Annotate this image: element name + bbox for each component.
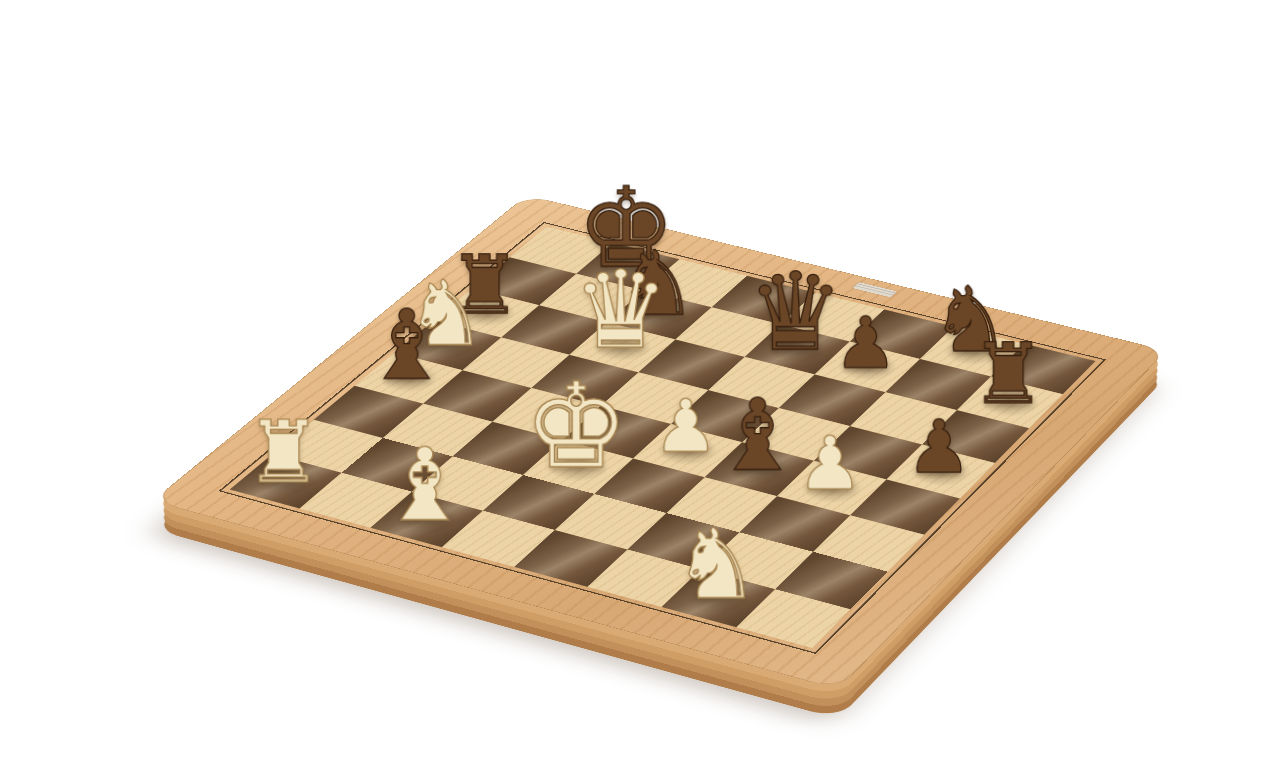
black-pawn: ♟ bbox=[906, 410, 971, 483]
black-pawn: ♟ bbox=[834, 307, 897, 378]
black-bishop: ♝ bbox=[713, 385, 802, 484]
white-bishop: ♝ bbox=[380, 434, 470, 535]
white-pawn: ♟ bbox=[797, 426, 863, 499]
black-bishop: ♝ bbox=[363, 297, 450, 394]
black-queen: ♛ bbox=[747, 258, 843, 366]
board-sticker bbox=[853, 282, 897, 297]
chess-board: ♚♞♞♛♟♜♜♛♞♟♝♟♝♟♚♜♝♞ bbox=[152, 195, 1167, 689]
scene: ♚♞♞♛♟♜♜♛♞♟♝♟♝♟♚♜♝♞ bbox=[0, 0, 1280, 771]
black-rook: ♜ bbox=[971, 332, 1046, 415]
white-knight: ♞ bbox=[673, 517, 760, 614]
white-king: ♚ bbox=[524, 367, 629, 485]
white-pawn: ♟ bbox=[653, 390, 718, 463]
board-frame: ♚♞♞♛♟♜♜♛♞♟♝♟♝♟♚♜♝♞ bbox=[152, 195, 1167, 689]
white-queen: ♛ bbox=[572, 256, 668, 364]
white-rook: ♜ bbox=[245, 409, 322, 494]
